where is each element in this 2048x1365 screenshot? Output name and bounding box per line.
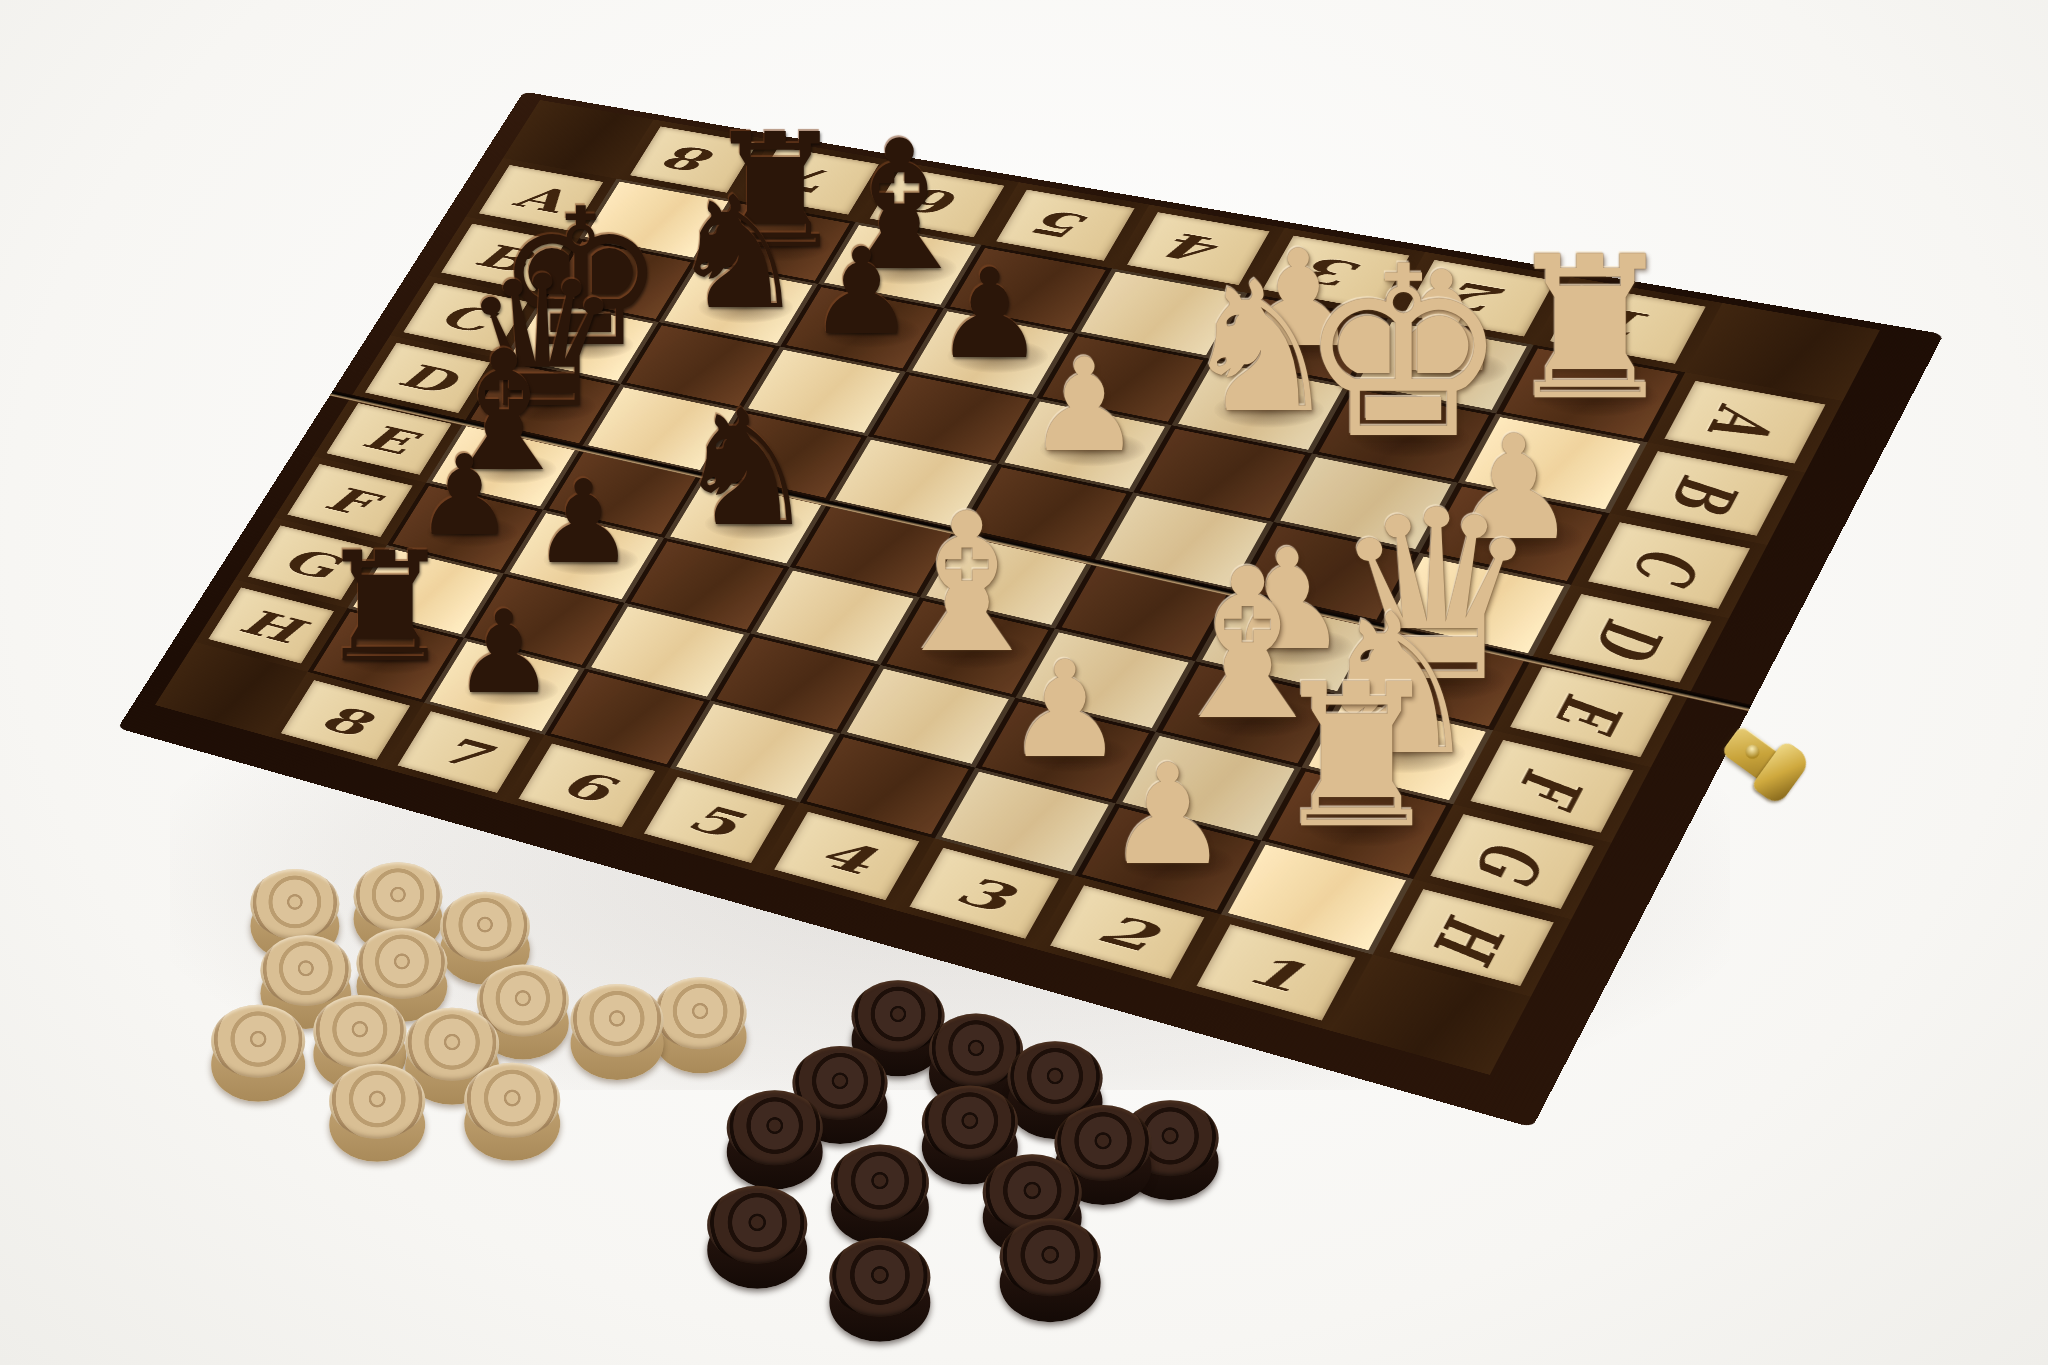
file-label-text: F [1498, 762, 1605, 811]
checker-top-face [329, 1064, 425, 1139]
file-label-text: E [1537, 687, 1645, 736]
checker-top-face [464, 1063, 560, 1138]
checker-light[interactable] [329, 1064, 425, 1162]
file-label-text: B [1653, 469, 1762, 517]
file-label-text: H [1415, 907, 1527, 967]
checker-top-face [440, 892, 530, 962]
checker-top-face [829, 1238, 930, 1317]
rank-label-text: 8 [313, 695, 377, 744]
rank-label-text: 6 [553, 759, 620, 811]
checker-dark[interactable] [829, 1238, 930, 1342]
checker-top-face [707, 1186, 807, 1264]
checker-top-face [353, 862, 442, 931]
file-label-text: G [1457, 834, 1567, 889]
rank-label-text: 3 [947, 865, 1020, 921]
piece-light-rook-g1[interactable]: ♜ [1268, 659, 1445, 856]
checker-top-face [1008, 1041, 1103, 1115]
checker-top-face [654, 977, 747, 1049]
file-label-text: E [356, 416, 422, 462]
rank-label-text: 5 [679, 793, 748, 846]
rank-label-text: 5 [1031, 202, 1098, 247]
piece-light-pawn-h2[interactable]: ♟ [1106, 746, 1230, 885]
piece-light-rook-a1[interactable]: ♜ [1502, 230, 1679, 427]
piece-dark-knight-b7[interactable]: ♞ [668, 176, 807, 331]
checker-top-face [727, 1090, 823, 1165]
piece-dark-pawn-f7[interactable]: ♟ [532, 465, 635, 580]
product-photo-scene: 87654321AABBCCDDEEFFGGHH87654321 ♚♛♝♟♜♜♞… [0, 0, 2048, 1365]
checker-top-face [211, 1005, 305, 1078]
file-label-text: A [1691, 400, 1798, 445]
checker-top-face [356, 928, 447, 999]
checker-top-face [570, 984, 663, 1057]
checker-top-face [250, 869, 339, 939]
checker-light[interactable] [654, 977, 747, 1073]
checker-light[interactable] [464, 1063, 560, 1161]
checker-light[interactable] [211, 1005, 305, 1102]
rank-label-text: 2 [1089, 903, 1164, 960]
rank-label-text: 1 [1237, 943, 1314, 1002]
piece-dark-pawn-b6[interactable]: ♟ [808, 232, 915, 352]
checker-light[interactable] [570, 984, 663, 1080]
checker-top-face [1000, 1218, 1101, 1296]
checker-top-face [313, 995, 406, 1068]
file-label-text: C [1615, 541, 1723, 589]
piece-light-pawn-c4[interactable]: ♟ [1027, 342, 1142, 471]
piece-dark-knight-e6[interactable]: ♞ [674, 388, 818, 549]
checker-top-face [922, 1085, 1018, 1160]
checker-dark[interactable] [831, 1144, 929, 1245]
checker-top-face [831, 1144, 929, 1221]
file-label-text: D [1575, 612, 1685, 664]
checker-dark[interactable] [1000, 1218, 1101, 1322]
piece-dark-rook-h8[interactable]: ♜ [317, 532, 453, 684]
rank-label-text: 7 [431, 727, 497, 777]
file-label-text: H [233, 600, 310, 651]
rank-label-text: 4 [811, 829, 882, 883]
piece-dark-pawn-h7[interactable]: ♟ [453, 595, 556, 710]
checker-dark[interactable] [707, 1186, 807, 1289]
checker-dark[interactable] [727, 1090, 823, 1189]
file-label-text: F [318, 477, 381, 523]
